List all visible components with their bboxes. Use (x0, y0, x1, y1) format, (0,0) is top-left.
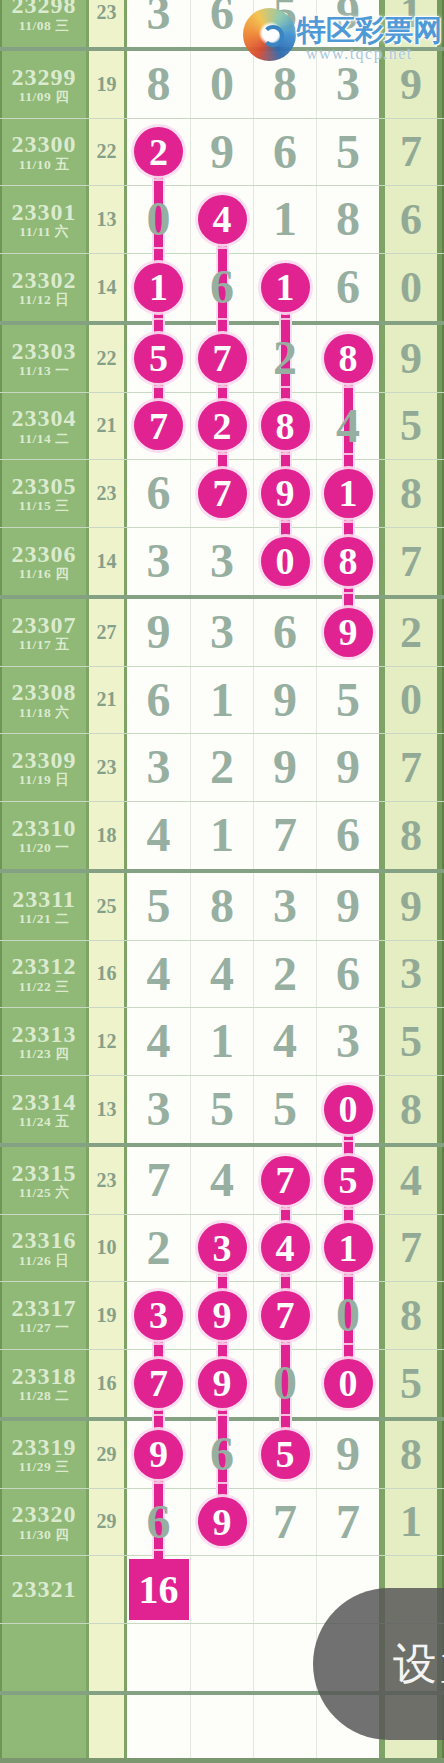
issue-number: 23310 (12, 815, 77, 841)
issue-number: 23312 (12, 953, 77, 979)
hot-digit-ring: 7 (134, 1359, 183, 1408)
draw-row-23306: 2330611/16 四1433087 (0, 528, 444, 596)
digit: 6 (336, 950, 360, 998)
omission-count-cell: 21 (89, 393, 124, 460)
issue-date: 11/14 二 (19, 432, 69, 447)
digit-cell-d1: 9 (127, 1421, 190, 1488)
issue-cell: 2329911/09 四 (0, 51, 86, 118)
digit-cell-d1: 5 (127, 325, 190, 392)
digit-cell-d4: 5 (316, 1147, 379, 1214)
digit-cell-d1: 2 (127, 1215, 190, 1282)
draw-row-23301: 2330111/11 六1304186 (0, 186, 444, 254)
digit-cell-d4: 6 (316, 802, 379, 870)
digit-cell-d3: 7 (253, 1147, 316, 1214)
digit-cell-d4: 5 (316, 119, 379, 186)
right-edge-border (437, 325, 444, 392)
draw-row-23317: 2331711/27 一1939708 (0, 1282, 444, 1350)
omission-count-cell (89, 1695, 124, 1758)
draw-row-23316: 2331611/26 日1023417 (0, 1215, 444, 1283)
issue-date: 11/30 四 (19, 1528, 69, 1543)
digit-cell-d3 (253, 1624, 316, 1692)
issue-date: 11/25 六 (19, 1186, 69, 1201)
digit-cell-d2: 4 (190, 186, 253, 253)
issue-date: 11/12 日 (19, 293, 69, 308)
digit-cell-d3: 0 (253, 1350, 316, 1418)
issue-number: 23299 (12, 64, 77, 90)
digit: 2 (273, 334, 297, 382)
right-edge-border (437, 1421, 444, 1488)
digit-cell-d1: 7 (127, 1147, 190, 1214)
omission-count-cell: 13 (89, 1076, 124, 1144)
trend-chart-table: 2329811/08 三23365912329911/09 四198083923… (0, 0, 444, 1763)
digit: 6 (336, 811, 360, 859)
right-edge-border (437, 734, 444, 801)
hot-digit-ring: 9 (261, 469, 310, 518)
digit-cell-d2: 9 (190, 1350, 253, 1418)
hot-digit-ring: 8 (324, 537, 373, 586)
digit-cell-d2: 6 (190, 1421, 253, 1488)
issue-number: 23303 (12, 338, 77, 364)
right-edge-border (437, 1147, 444, 1214)
digit: 3 (147, 537, 171, 585)
digit-cell-d3: 1 (253, 186, 316, 253)
issue-date: 11/17 五 (19, 638, 69, 653)
digit: 9 (273, 743, 297, 791)
issue-cell (0, 1624, 86, 1692)
digit-cell-d4: 9 (316, 1421, 379, 1488)
digit: 5 (336, 676, 360, 724)
hot-digit-ring: 4 (261, 1223, 310, 1272)
digit-cell-d3: 3 (253, 873, 316, 940)
digit-cell-d1: 4 (127, 941, 190, 1008)
omission-count-cell: 16 (89, 941, 124, 1008)
digit-cell-d3: 9 (253, 667, 316, 734)
hot-digit-ring: 9 (134, 1430, 183, 1479)
issue-number: 23304 (12, 405, 77, 431)
digit-cell-d4: 0 (316, 1282, 379, 1349)
omission-count-cell: 10 (89, 1215, 124, 1282)
issue-number: 23316 (12, 1227, 77, 1253)
issue-date: 11/19 日 (19, 773, 69, 788)
digit-cell-d2: 5 (190, 1076, 253, 1144)
digit: 4 (210, 950, 234, 998)
digit-cell-d1: 4 (127, 802, 190, 870)
digit-cell-d2: 7 (190, 325, 253, 392)
next-issue-marker: 16 (129, 1559, 189, 1620)
hot-digit-ring: 9 (198, 1291, 247, 1340)
issue-date: 11/24 五 (19, 1115, 69, 1130)
digit-cell-d4: 6 (316, 941, 379, 1008)
digit-cell-d4: 3 (316, 1008, 379, 1075)
hot-digit-ring: 5 (324, 1156, 373, 1205)
issue-date: 11/10 五 (19, 158, 69, 173)
digit-cell-d2: 9 (190, 1282, 253, 1349)
right-edge-border (437, 802, 444, 870)
digit-cell-d1: 5 (127, 873, 190, 940)
digit: 6 (273, 608, 297, 656)
hot-digit-ring: 9 (198, 1359, 247, 1408)
draw-row-23303: 2330311/13 一2257289 (0, 325, 444, 393)
omission-count-cell (89, 1556, 124, 1623)
issue-date: 11/26 日 (19, 1254, 69, 1269)
right-edge-border (437, 1008, 444, 1075)
digit: 9 (273, 676, 297, 724)
hot-digit-ring: 7 (198, 334, 247, 383)
digit-cell-d1: 4 (127, 1008, 190, 1075)
digit-cell-d3 (253, 1695, 316, 1758)
digit: 6 (147, 1498, 171, 1546)
draw-row-23315: 2331511/25 六2374754 (0, 1147, 444, 1215)
issue-number: 23298 (12, 0, 77, 19)
issue-number: 23317 (12, 1295, 77, 1321)
digit-cell-d3: 1 (253, 254, 316, 322)
issue-cell: 2332011/30 四 (0, 1489, 86, 1556)
issue-cell: 2330111/11 六 (0, 186, 86, 253)
digit-cell-d3: 8 (253, 393, 316, 460)
issue-cell: 2330611/16 四 (0, 528, 86, 596)
draw-row-23305: 2330511/15 三2367918 (0, 460, 444, 528)
issue-cell: 2330411/14 二 (0, 393, 86, 460)
issue-date: 11/16 四 (19, 567, 69, 582)
tail-digit-cell: 2 (385, 599, 437, 666)
right-edge-border (437, 1489, 444, 1556)
digit-cell-d1: 6 (127, 667, 190, 734)
digit-cell-d2: 0 (190, 51, 253, 118)
issue-cell: 2330811/18 六 (0, 667, 86, 734)
digit-cell-d4: 4 (316, 393, 379, 460)
hot-digit-ring: 1 (134, 263, 183, 312)
digit-cell-d1: 3 (127, 0, 190, 47)
digit: 9 (336, 882, 360, 930)
issue-cell: 2330711/17 五 (0, 599, 86, 666)
issue-number: 23311 (12, 886, 76, 912)
hot-digit-ring: 1 (261, 263, 310, 312)
draw-row-23300: 2330011/10 五2229657 (0, 119, 444, 187)
hot-digit-ring: 8 (324, 334, 373, 383)
issue-date: 11/21 二 (19, 912, 69, 927)
digit-cell-d3: 4 (253, 1215, 316, 1282)
digit: 1 (210, 1017, 234, 1065)
hot-digit-ring: 1 (324, 469, 373, 518)
digit-cell-d3: 9 (253, 734, 316, 801)
digit: 7 (273, 1498, 297, 1546)
digit: 5 (273, 1085, 297, 1133)
digit: 3 (336, 60, 360, 108)
digit-cell-d1: 3 (127, 1076, 190, 1144)
draw-row-23314: 2331411/24 五1335508 (0, 1076, 444, 1144)
digit-cell-d2: 9 (190, 119, 253, 186)
right-edge-border (437, 1215, 444, 1282)
issue-cell: 2331911/29 三 (0, 1421, 86, 1488)
digit: 0 (147, 195, 171, 243)
issue-number: 23319 (12, 1434, 77, 1460)
right-edge-border (437, 254, 444, 322)
digit: 4 (273, 1017, 297, 1065)
digit: 2 (273, 950, 297, 998)
digit-cell-d2: 3 (190, 599, 253, 666)
digit: 2 (210, 743, 234, 791)
issue-cell: 2329811/08 三 (0, 0, 86, 47)
digit-cell-d3: 5 (253, 1076, 316, 1144)
digit: 0 (273, 1359, 297, 1407)
issue-date: 11/08 三 (19, 19, 69, 34)
hot-digit-ring: 7 (198, 469, 247, 518)
right-edge-border (437, 941, 444, 1008)
digit-cell-d2: 6 (190, 254, 253, 322)
digit-cell-d3 (253, 1556, 316, 1623)
digit-cell-d3: 5 (253, 1421, 316, 1488)
tail-digit-cell: 3 (385, 941, 437, 1008)
issue-cell: 2331811/28 二 (0, 1350, 86, 1418)
digit: 5 (210, 1085, 234, 1133)
digit-cell-d4: 9 (316, 599, 379, 666)
tail-digit-cell: 1 (385, 1489, 437, 1556)
tail-digit-cell: 6 (385, 186, 437, 253)
omission-count-cell: 16 (89, 1350, 124, 1418)
hot-digit-ring: 0 (324, 1359, 373, 1408)
issue-number: 23313 (12, 1021, 77, 1047)
digit-cell-d3: 9 (253, 460, 316, 527)
issue-number: 23320 (12, 1501, 77, 1527)
issue-date: 11/15 三 (19, 499, 69, 514)
draw-row-23312: 2331211/22 三1644263 (0, 941, 444, 1009)
digit-cell-d1 (127, 1695, 190, 1758)
omission-count-cell: 12 (89, 1008, 124, 1075)
digit: 0 (210, 60, 234, 108)
digit-cell-d4: 6 (316, 254, 379, 322)
omission-count-cell: 19 (89, 51, 124, 118)
digit: 6 (210, 1430, 234, 1478)
hot-digit-ring: 5 (134, 334, 183, 383)
issue-cell: 2330311/13 一 (0, 325, 86, 392)
digit: 1 (273, 195, 297, 243)
digit: 6 (273, 128, 297, 176)
hot-digit-ring: 5 (261, 1430, 310, 1479)
issue-cell (0, 1695, 86, 1758)
issue-cell: 2331211/22 三 (0, 941, 86, 1008)
digit-cell-d4: 7 (316, 1489, 379, 1556)
issue-number: 23306 (12, 541, 77, 567)
digit-cell-d2 (190, 1695, 253, 1758)
issue-cell: 2331411/24 五 (0, 1076, 86, 1144)
issue-number: 23302 (12, 267, 77, 293)
digit-cell-d4: 1 (316, 460, 379, 527)
digit-cell-d1: 8 (127, 51, 190, 118)
hot-digit-ring: 3 (198, 1223, 247, 1272)
issue-date: 11/22 三 (19, 980, 69, 995)
right-edge-border (437, 1282, 444, 1349)
issue-cell: 2331111/21 二 (0, 873, 86, 940)
omission-count-cell: 19 (89, 1282, 124, 1349)
digit: 4 (147, 811, 171, 859)
digit: 6 (210, 0, 234, 37)
draw-row-23304: 2330411/14 二2172845 (0, 393, 444, 461)
digit-cell-d4: 8 (316, 186, 379, 253)
digit-cell-d3: 7 (253, 1489, 316, 1556)
digit-cell-d1 (127, 1624, 190, 1692)
omission-count-cell: 23 (89, 460, 124, 527)
digit-cell-d2: 1 (190, 1008, 253, 1075)
right-edge-border (437, 119, 444, 186)
omission-count-cell: 21 (89, 667, 124, 734)
issue-date: 11/11 六 (19, 225, 69, 240)
digit-cell-d3: 6 (253, 599, 316, 666)
digit: 6 (336, 263, 360, 311)
right-edge-border (437, 393, 444, 460)
tail-digit-cell: 0 (385, 667, 437, 734)
digit: 2 (147, 1224, 171, 1272)
digit-cell-d1: 9 (127, 599, 190, 666)
site-url-watermark: www.tqcp.net (306, 45, 413, 63)
issue-cell: 2330211/12 日 (0, 254, 86, 322)
digit-cell-d2: 7 (190, 460, 253, 527)
digit: 9 (336, 1430, 360, 1478)
issue-cell: 2331511/25 六 (0, 1147, 86, 1214)
digit-cell-d1: 3 (127, 528, 190, 596)
issue-date: 11/13 一 (19, 364, 69, 379)
digit: 3 (147, 1085, 171, 1133)
issue-date: 11/29 三 (19, 1460, 69, 1475)
issue-number: 23321 (12, 1576, 77, 1602)
digit-cell-d4: 8 (316, 528, 379, 596)
hot-digit-ring: 2 (198, 401, 247, 450)
digit: 5 (147, 882, 171, 930)
hot-digit-ring: 7 (261, 1156, 310, 1205)
digit: 3 (147, 0, 171, 37)
draw-row-23320: 2332011/30 四2969771 (0, 1489, 444, 1557)
digit-cell-d3: 0 (253, 528, 316, 596)
bottom-border (0, 1758, 444, 1763)
draw-row-23313: 2331311/23 四1241435 (0, 1008, 444, 1076)
hot-digit-ring: 9 (198, 1497, 247, 1546)
right-edge-border (437, 873, 444, 940)
digit-cell-d4: 5 (316, 667, 379, 734)
digit: 5 (336, 128, 360, 176)
digit-cell-d1: 1 (127, 254, 190, 322)
tail-digit-cell: 7 (385, 119, 437, 186)
omission-count-cell: 14 (89, 254, 124, 322)
issue-date: 11/28 二 (19, 1389, 69, 1404)
issue-number: 23300 (12, 131, 77, 157)
digit: 7 (273, 811, 297, 859)
omission-count-cell: 23 (89, 734, 124, 801)
hot-digit-ring: 2 (134, 127, 183, 176)
digit-cell-d3: 6 (253, 119, 316, 186)
digit: 3 (147, 743, 171, 791)
digit-cell-d1: 6 (127, 1489, 190, 1556)
tail-digit-cell: 9 (385, 325, 437, 392)
digit-cell-d3: 4 (253, 1008, 316, 1075)
tail-digit-cell: 7 (385, 734, 437, 801)
omission-count-cell: 23 (89, 1147, 124, 1214)
tail-digit-cell: 8 (385, 1421, 437, 1488)
digit: 3 (210, 608, 234, 656)
issue-date: 11/27 一 (19, 1321, 69, 1336)
omission-count-cell: 13 (89, 186, 124, 253)
draw-row-23309: 2330911/19 日2332997 (0, 734, 444, 802)
right-edge-border (437, 186, 444, 253)
right-edge-border (437, 1076, 444, 1144)
digit-cell-d2: 3 (190, 1215, 253, 1282)
draw-row-23308: 2330811/18 六2161950 (0, 667, 444, 735)
issue-cell: 23321 (0, 1556, 86, 1623)
hot-digit-ring: 7 (261, 1291, 310, 1340)
digit-cell-d2 (190, 1624, 253, 1692)
omission-count-cell: 29 (89, 1489, 124, 1556)
hot-digit-ring: 9 (324, 608, 373, 657)
digit-cell-d3: 2 (253, 941, 316, 1008)
digit-cell-d3: 2 (253, 325, 316, 392)
issue-number: 23307 (12, 612, 77, 638)
omission-count-cell: 29 (89, 1421, 124, 1488)
hot-digit-ring: 8 (261, 401, 310, 450)
tail-digit-cell: 5 (385, 393, 437, 460)
digit-cell-d4: 0 (316, 1076, 379, 1144)
digit-cell-d1: 0 (127, 186, 190, 253)
digit: 6 (210, 263, 234, 311)
issue-date: 11/23 四 (19, 1047, 69, 1062)
digit-cell-d2: 9 (190, 1489, 253, 1556)
digit: 3 (273, 882, 297, 930)
digit-cell-d4: 0 (316, 1350, 379, 1418)
issue-date: 11/20 一 (19, 841, 69, 856)
omission-count-cell: 22 (89, 119, 124, 186)
hot-digit-ring: 3 (134, 1291, 183, 1340)
digit-cell-d1: 6 (127, 460, 190, 527)
digit-cell-d2: 1 (190, 667, 253, 734)
omission-count-cell: 23 (89, 0, 124, 47)
tail-digit-cell: 0 (385, 254, 437, 322)
digit: 9 (210, 128, 234, 176)
digit: 4 (147, 950, 171, 998)
tail-digit-cell: 4 (385, 1147, 437, 1214)
omission-count-cell: 27 (89, 599, 124, 666)
digit-cell-d4: 9 (316, 873, 379, 940)
issue-number: 23301 (12, 199, 77, 225)
hot-digit-ring: 1 (324, 1223, 373, 1272)
digit-cell-d2 (190, 1556, 253, 1623)
draw-row-23307: 2330711/17 五2793692 (0, 599, 444, 667)
tail-digit-cell: 7 (385, 528, 437, 596)
omission-count-cell: 18 (89, 802, 124, 870)
lottery-trend-screen: 2329811/08 三23365912329911/09 四198083923… (0, 0, 444, 1763)
digit: 3 (210, 537, 234, 585)
tail-digit-cell: 8 (385, 1076, 437, 1144)
digit-cell-d4: 1 (316, 1215, 379, 1282)
omission-count-cell: 25 (89, 873, 124, 940)
issue-cell: 2330511/15 三 (0, 460, 86, 527)
tail-digit-cell: 5 (385, 1350, 437, 1418)
issue-cell: 2330011/10 五 (0, 119, 86, 186)
issue-cell: 2331611/26 日 (0, 1215, 86, 1282)
digit: 8 (210, 882, 234, 930)
digit-cell-d2: 1 (190, 802, 253, 870)
digit-cell-d1: 7 (127, 393, 190, 460)
digit-cell-d2: 2 (190, 734, 253, 801)
issue-number: 23308 (12, 679, 77, 705)
digit: 8 (273, 60, 297, 108)
digit-cell-d1: 3 (127, 1282, 190, 1349)
digit: 0 (336, 1291, 360, 1339)
tail-digit-cell: 7 (385, 1215, 437, 1282)
digit: 4 (147, 1017, 171, 1065)
digit-cell-d2: 4 (190, 1147, 253, 1214)
right-edge-border (437, 51, 444, 118)
right-edge-border (437, 460, 444, 527)
right-edge-border (437, 1350, 444, 1418)
draw-row-23310: 2331011/20 一1841768 (0, 802, 444, 870)
right-edge-border (437, 667, 444, 734)
